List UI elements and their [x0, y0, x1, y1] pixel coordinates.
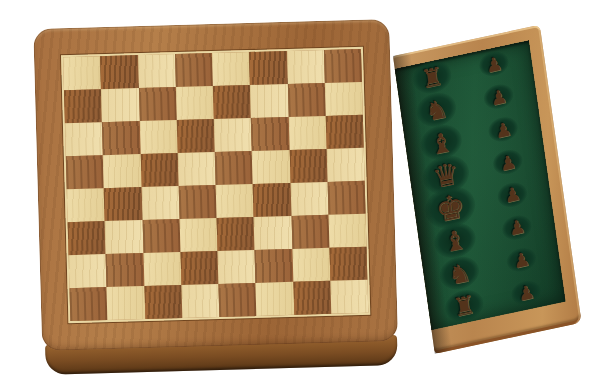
- board-square-light: [139, 120, 177, 154]
- board-square-light: [103, 154, 141, 188]
- board-square-dark: [175, 53, 213, 87]
- board-square-dark: [180, 251, 218, 285]
- board-square-dark: [142, 219, 180, 253]
- drawer-piece-rook: ♜: [451, 292, 476, 321]
- board-square-dark: [251, 117, 289, 151]
- board-square-light: [330, 280, 368, 314]
- board-square-dark: [287, 83, 325, 117]
- board-square-dark: [144, 285, 182, 319]
- board-square-dark: [213, 85, 251, 119]
- board-square-light: [252, 150, 290, 184]
- board-square-light: [288, 116, 326, 150]
- board-square-light: [143, 252, 181, 286]
- board-square-light: [328, 214, 366, 248]
- board-square-dark: [68, 221, 106, 255]
- drawer-felt: ♜♟♞♟♝♟♛♟♚♟♝♟♞♟♜♟: [395, 40, 566, 330]
- board-square-light: [218, 250, 256, 284]
- drawer-piece-pawn: ♟: [512, 249, 531, 271]
- board-square-dark: [329, 247, 367, 281]
- drawer-piece-pawn: ♟: [484, 53, 503, 75]
- board-square-dark: [249, 51, 287, 85]
- board-square-dark: [177, 119, 215, 153]
- board-square-dark: [253, 183, 291, 217]
- drawer-piece-pawn: ♟: [489, 86, 508, 108]
- board-square-light: [138, 54, 176, 88]
- board-square-dark: [324, 49, 362, 83]
- board-square-light: [326, 148, 364, 182]
- board-square-dark: [293, 281, 331, 315]
- board-square-dark: [100, 55, 138, 89]
- board-square-light: [250, 84, 288, 118]
- board-square-dark: [326, 115, 364, 149]
- board-square-dark: [291, 215, 329, 249]
- chess-board: [61, 47, 370, 323]
- board-square-light: [141, 186, 179, 220]
- board-square-light: [179, 218, 217, 252]
- board-square-dark: [289, 149, 327, 183]
- drawer-piece-pawn: ♟: [507, 217, 526, 239]
- drawer-piece-pawn: ♟: [494, 119, 513, 141]
- board-square-dark: [215, 151, 253, 185]
- board-square-light: [254, 216, 292, 250]
- drawer-piece-knight: ♞: [446, 258, 472, 289]
- drawer-piece-king: ♚: [434, 189, 468, 228]
- board-square-dark: [217, 217, 255, 251]
- piece-well: ♟: [493, 277, 560, 310]
- board-square-light: [214, 118, 252, 152]
- board-square-light: [216, 184, 254, 218]
- drawer-piece-bishop: ♝: [441, 225, 468, 257]
- board-square-dark: [104, 187, 142, 221]
- drawer-piece-pawn: ♟: [503, 184, 522, 206]
- chess-set-photo: ♜♟♞♟♝♟♛♟♚♟♝♟♞♟♜♟: [0, 0, 600, 381]
- drawer-piece-knight: ♞: [423, 95, 449, 126]
- board-square-light: [325, 82, 363, 116]
- board-square-dark: [66, 155, 104, 189]
- piece-drawer: ♜♟♞♟♝♟♛♟♚♟♝♟♞♟♜♟: [393, 25, 582, 354]
- board-square-light: [107, 286, 145, 320]
- board-square-light: [65, 122, 103, 156]
- board-square-dark: [255, 249, 293, 283]
- drawer-piece-pawn: ♟: [498, 151, 517, 173]
- board-box: [33, 19, 399, 375]
- board-square-dark: [106, 253, 144, 287]
- drawer-piece-rook: ♜: [419, 63, 444, 92]
- drawer-piece-pawn: ♟: [516, 282, 535, 304]
- board-square-light: [63, 56, 101, 90]
- board-square-light: [67, 188, 105, 222]
- board-square-light: [176, 86, 214, 120]
- board-square-dark: [178, 185, 216, 219]
- board-square-light: [105, 220, 143, 254]
- board-square-dark: [138, 87, 176, 121]
- board-square-light: [101, 88, 139, 122]
- board-square-dark: [69, 287, 107, 321]
- board-square-light: [181, 284, 219, 318]
- piece-well: ♜: [427, 286, 500, 326]
- board-square-light: [292, 248, 330, 282]
- board-square-light: [290, 182, 328, 216]
- board-square-light: [256, 282, 294, 316]
- box-frame: [33, 19, 398, 351]
- board-square-light: [286, 50, 324, 84]
- board-square-light: [212, 52, 250, 86]
- board-square-light: [69, 254, 107, 288]
- board-square-light: [178, 152, 216, 186]
- board-square-dark: [140, 153, 178, 187]
- board-square-dark: [327, 181, 365, 215]
- drawer-piece-bishop: ♝: [427, 127, 454, 159]
- board-square-dark: [102, 121, 140, 155]
- board-square-dark: [64, 89, 102, 123]
- board-square-dark: [218, 283, 256, 317]
